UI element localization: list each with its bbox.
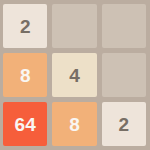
cell-empty: [102, 53, 146, 97]
tile-8: 8: [52, 102, 96, 146]
2048-board[interactable]: 2 8 4 64 8 2: [0, 0, 150, 150]
tile-4: 4: [52, 53, 96, 97]
tile-2: 2: [102, 102, 146, 146]
tile-64: 64: [3, 102, 47, 146]
tile-2: 2: [3, 4, 47, 48]
cell-empty: [102, 4, 146, 48]
cell-empty: [52, 4, 96, 48]
tile-8: 8: [3, 53, 47, 97]
